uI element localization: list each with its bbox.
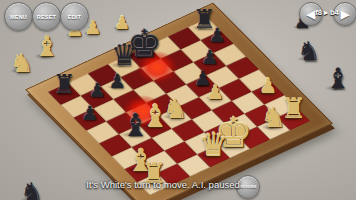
- piece-white-pawn-h3[interactable]: ♟: [259, 76, 277, 96]
- captured-black-knight: ♞: [20, 179, 43, 200]
- reset-button[interactable]: RESET: [32, 2, 61, 31]
- chess-app-screen: ♜♛♚♜♟♟♟♟♟♟♝♝♞♟♟♝♜♛♚♞♜♞♝♟♟♟♟♞♝♞ MENU RESE…: [0, 0, 356, 200]
- piece-black-pawn-a6[interactable]: ♟: [81, 103, 99, 123]
- piece-white-queen-d1[interactable]: ♛: [199, 129, 228, 161]
- piece-black-pawn-g6[interactable]: ♟: [201, 48, 219, 68]
- menu-button[interactable]: MENU: [4, 2, 33, 31]
- piece-black-queen-d8[interactable]: ♛: [111, 41, 138, 71]
- edit-button[interactable]: EDIT: [60, 2, 89, 31]
- piece-black-pawn-c7[interactable]: ♟: [108, 72, 125, 91]
- captured-white-bishop: ♝: [34, 33, 59, 61]
- piece-black-pawn-h7[interactable]: ♟: [208, 26, 225, 45]
- move-label: f8 ▸ b4: [315, 8, 338, 17]
- right-arrow-icon: ▶: [341, 8, 350, 21]
- captured-black-bishop: ♝: [325, 65, 350, 93]
- piece-white-pawn-f4[interactable]: ♟: [206, 82, 224, 102]
- piece-black-bishop-b4[interactable]: ♝: [121, 110, 149, 141]
- piece-black-rook-a8[interactable]: ♜: [53, 72, 76, 98]
- piece-white-knight-g1[interactable]: ♞: [261, 105, 286, 133]
- status-text: It's White's turn to move. A.I. paused: [86, 179, 240, 190]
- left-arrow-icon: ◀: [307, 8, 316, 21]
- captured-black-knight: ♞: [297, 38, 320, 64]
- captured-white-knight: ♞: [10, 50, 33, 76]
- piece-black-pawn-b7[interactable]: ♟: [88, 81, 105, 100]
